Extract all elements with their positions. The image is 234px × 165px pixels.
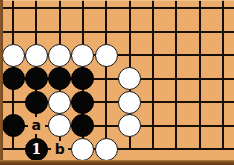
point-label-a: a bbox=[28, 117, 45, 134]
grid-line-horizontal bbox=[3, 31, 234, 33]
black-stone bbox=[2, 114, 25, 137]
white-stone bbox=[95, 138, 118, 161]
black-stone bbox=[71, 114, 94, 137]
black-stone bbox=[25, 91, 48, 114]
grid-line-vertical bbox=[152, 0, 154, 150]
white-stone bbox=[48, 44, 71, 67]
black-stone bbox=[25, 67, 48, 90]
board-frame-bottom bbox=[0, 160, 234, 165]
white-stone bbox=[118, 114, 141, 137]
grid-line-vertical bbox=[199, 0, 201, 150]
point-label-b: b bbox=[51, 141, 68, 158]
black-stone bbox=[71, 67, 94, 90]
grid-line-horizontal bbox=[3, 7, 234, 9]
white-stone bbox=[25, 44, 48, 67]
grid-line-vertical bbox=[222, 0, 224, 150]
white-stone bbox=[2, 44, 25, 67]
white-stone bbox=[71, 138, 94, 161]
white-stone bbox=[118, 67, 141, 90]
white-stone bbox=[95, 44, 118, 67]
black-stone bbox=[48, 67, 71, 90]
go-board: ab1 bbox=[0, 0, 234, 165]
black-stone bbox=[2, 67, 25, 90]
board-frame-top bbox=[0, 0, 234, 1]
black-stone bbox=[71, 91, 94, 114]
white-stone bbox=[48, 91, 71, 114]
white-stone bbox=[71, 44, 94, 67]
white-stone bbox=[118, 91, 141, 114]
move-number: 1 bbox=[26, 139, 47, 160]
white-stone bbox=[48, 114, 71, 137]
grid-line-vertical bbox=[105, 0, 107, 150]
board-frame-left bbox=[0, 0, 3, 165]
grid-line-vertical bbox=[175, 0, 177, 150]
black-stone-move-1: 1 bbox=[25, 138, 48, 161]
